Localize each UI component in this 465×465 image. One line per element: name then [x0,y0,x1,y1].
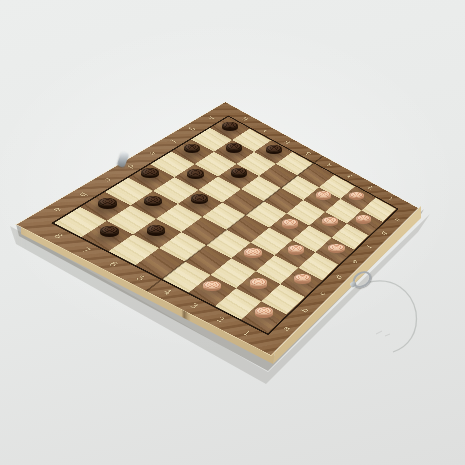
piece-dark-b6[interactable] [147,225,165,239]
coordinate-label-8: 8 [52,232,65,239]
coordinate-label-e: e [349,258,358,264]
coordinate-label-8: 8 [240,117,249,122]
piece-dark-h8[interactable] [222,122,238,134]
coordinate-label-5: 5 [304,151,312,156]
coordinate-label-7: 7 [80,246,92,253]
coordinate-label-4: 4 [162,288,173,296]
piece-light-f2[interactable] [322,217,338,229]
piece-dark-f8[interactable] [184,144,201,157]
piece-dark-c7[interactable] [144,196,162,210]
piece-light-g3[interactable] [316,191,332,203]
coordinate-label-d: d [333,273,342,279]
piece-light-e1[interactable] [328,244,344,256]
piece-top [244,248,261,255]
piece-top [191,194,208,201]
piece-top [184,144,201,151]
coordinate-label-d: d [125,163,136,169]
piece-dark-a7[interactable] [100,226,119,241]
coordinate-label-a: a [52,207,64,214]
piece-light-d2[interactable] [288,245,305,258]
photo-backdrop: aa88bb77cc66dd55ee44ff33gg22hh11 [0,0,465,465]
coordinate-label-h: h [207,116,217,121]
coordinate-label-5: 5 [135,274,147,282]
coordinate-label-c: c [102,177,113,183]
piece-light-c1[interactable] [294,274,311,287]
piece-top [322,217,338,224]
coordinate-label-6: 6 [107,261,119,269]
coordinate-label-g: g [379,230,387,236]
piece-top [147,225,165,233]
piece-dark-h6[interactable] [266,145,281,157]
piece-top [266,145,281,152]
piece-dark-d6[interactable] [191,194,208,207]
piece-top [328,244,344,251]
piece-top [187,169,204,176]
piece-dark-f6[interactable] [231,168,247,180]
piece-dark-d8[interactable] [141,168,159,181]
coordinate-label-6: 6 [283,140,291,145]
coordinate-label-f: f [169,139,178,144]
coordinate-label-h: h [392,217,400,223]
coordinate-label-3: 3 [189,302,200,310]
piece-dark-g7[interactable] [226,143,242,155]
coordinate-label-b: b [78,191,90,198]
coordinate-label-1: 1 [387,196,394,201]
piece-top [144,196,162,204]
piece-top [222,122,238,129]
coordinate-label-e: e [148,151,158,157]
piece-light-e3[interactable] [282,219,298,232]
coordinate-label-1: 1 [242,329,253,337]
piece-dark-e7[interactable] [187,169,204,182]
piece-light-g1[interactable] [356,215,371,227]
piece-top [98,198,117,206]
piece-light-a3[interactable] [203,281,222,295]
coordinate-label-f: f [365,244,373,249]
coordinate-label-7: 7 [262,128,270,133]
piece-top [100,226,119,234]
piece-top [250,278,268,286]
piece-light-a1[interactable] [255,307,273,321]
piece-top [203,281,222,289]
coordinate-label-b: b [299,307,309,314]
coordinate-label-g: g [188,127,198,133]
coordinate-label-3: 3 [346,174,354,179]
piece-top [316,191,332,198]
coordinate-label-2: 2 [366,185,374,190]
piece-light-c3[interactable] [244,248,261,261]
coordinate-label-a: a [280,325,290,332]
piece-light-b2[interactable] [250,278,268,292]
piece-light-h2[interactable] [349,192,364,203]
piece-top [294,274,311,281]
coordinate-label-2: 2 [215,316,226,324]
coordinate-label-4: 4 [325,163,333,168]
coordinate-label-c: c [317,290,326,296]
piece-dark-b8[interactable] [98,198,117,212]
piece-top [141,168,159,175]
